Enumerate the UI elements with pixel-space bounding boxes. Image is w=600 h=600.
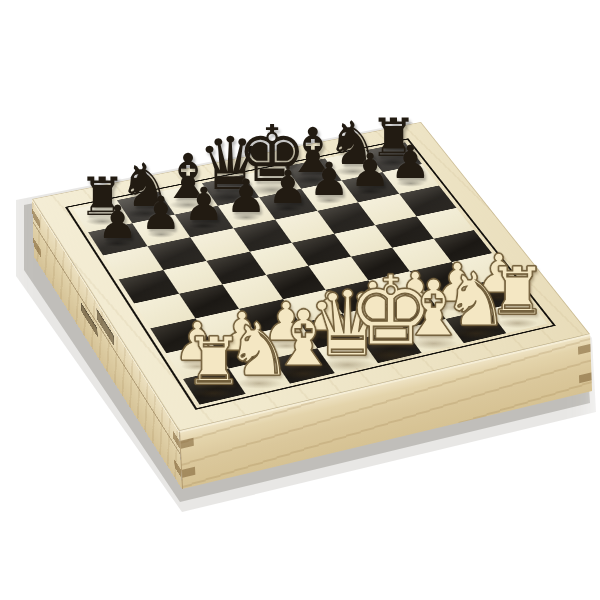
- finger-joint-strip: [180, 430, 196, 489]
- finger-joint-strip: [578, 336, 592, 394]
- product-photo-stage: ♜♞♝♛♚♝♞♜♟♟♟♟♟♟♟♟♟♟♟♟♟♟♟♟♜♞♝♛♚♝♞♜: [0, 0, 600, 600]
